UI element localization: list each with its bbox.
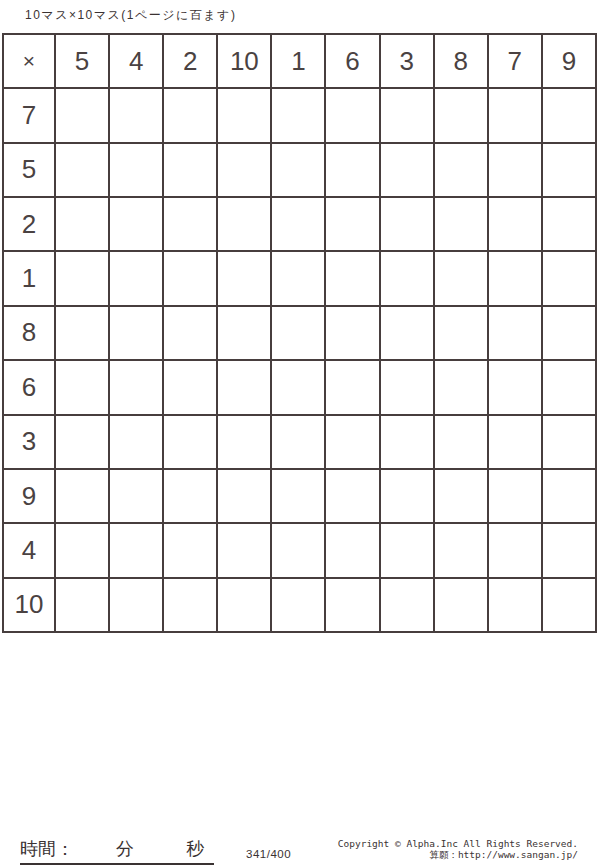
answer-cell-r6c10 [543, 361, 595, 413]
answer-cell-r4c2 [110, 252, 162, 304]
answer-cell-r3c9 [489, 198, 541, 250]
answer-cell-r10c3 [164, 579, 216, 631]
answer-cell-r9c2 [110, 524, 162, 576]
answer-cell-r5c6 [326, 307, 378, 359]
answer-cell-r6c9 [489, 361, 541, 413]
answer-cell-r10c6 [326, 579, 378, 631]
row-header-6: 6 [4, 361, 54, 413]
answer-cell-r7c5 [272, 416, 324, 468]
answer-cell-r8c10 [543, 470, 595, 522]
answer-cell-r9c3 [164, 524, 216, 576]
answer-cell-r4c10 [543, 252, 595, 304]
answer-cell-r5c9 [489, 307, 541, 359]
answer-cell-r2c10 [543, 144, 595, 196]
minutes-label: 分 [116, 839, 134, 859]
answer-cell-r7c2 [110, 416, 162, 468]
col-header-8: 8 [435, 35, 487, 87]
answer-cell-r7c1 [56, 416, 108, 468]
answer-cell-r4c3 [164, 252, 216, 304]
answer-cell-r3c7 [381, 198, 433, 250]
answer-cell-r3c2 [110, 198, 162, 250]
answer-cell-r6c6 [326, 361, 378, 413]
answer-cell-r5c7 [381, 307, 433, 359]
answer-cell-r10c4 [218, 579, 270, 631]
answer-cell-r3c5 [272, 198, 324, 250]
answer-cell-r6c2 [110, 361, 162, 413]
answer-cell-r3c4 [218, 198, 270, 250]
row-header-1: 1 [4, 252, 54, 304]
multiplication-grid: ×5421016387975218639410 [2, 33, 597, 633]
col-header-10: 10 [218, 35, 270, 87]
answer-cell-r10c9 [489, 579, 541, 631]
answer-cell-r4c1 [56, 252, 108, 304]
answer-cell-r1c6 [326, 89, 378, 141]
worksheet-title: 10マス×10マス(1ページに百ます) [25, 7, 236, 24]
answer-cell-r6c1 [56, 361, 108, 413]
answer-cell-r5c2 [110, 307, 162, 359]
copyright-text: Copyright © Alpha.Inc All Rights Reserve… [338, 838, 578, 849]
time-entry-line: 時間：分秒 [20, 837, 214, 865]
row-header-7: 7 [4, 89, 54, 141]
answer-cell-r5c1 [56, 307, 108, 359]
answer-cell-r9c4 [218, 524, 270, 576]
answer-cell-r6c8 [435, 361, 487, 413]
answer-cell-r2c8 [435, 144, 487, 196]
answer-cell-r3c1 [56, 198, 108, 250]
answer-cell-r8c2 [110, 470, 162, 522]
col-header-3: 3 [381, 35, 433, 87]
col-header-7: 7 [489, 35, 541, 87]
site-url-text: 算願：http://www.sangan.jp/ [338, 849, 578, 860]
row-header-10: 10 [4, 579, 54, 631]
answer-cell-r9c10 [543, 524, 595, 576]
answer-cell-r10c8 [435, 579, 487, 631]
page-number: 341/400 [246, 848, 291, 860]
answer-cell-r5c5 [272, 307, 324, 359]
answer-cell-r7c4 [218, 416, 270, 468]
answer-cell-r1c1 [56, 89, 108, 141]
col-header-5: 5 [56, 35, 108, 87]
answer-cell-r8c5 [272, 470, 324, 522]
answer-cell-r5c3 [164, 307, 216, 359]
answer-cell-r9c1 [56, 524, 108, 576]
answer-cell-r2c7 [381, 144, 433, 196]
answer-cell-r4c6 [326, 252, 378, 304]
answer-cell-r10c7 [381, 579, 433, 631]
seconds-label: 秒 [186, 839, 204, 859]
answer-cell-r3c3 [164, 198, 216, 250]
answer-cell-r4c9 [489, 252, 541, 304]
col-header-6: 6 [326, 35, 378, 87]
answer-cell-r10c10 [543, 579, 595, 631]
answer-cell-r5c4 [218, 307, 270, 359]
answer-cell-r8c1 [56, 470, 108, 522]
answer-cell-r1c7 [381, 89, 433, 141]
answer-cell-r5c8 [435, 307, 487, 359]
row-header-5: 5 [4, 144, 54, 196]
answer-cell-r6c4 [218, 361, 270, 413]
answer-cell-r7c6 [326, 416, 378, 468]
answer-cell-r8c7 [381, 470, 433, 522]
answer-cell-r4c4 [218, 252, 270, 304]
answer-cell-r9c5 [272, 524, 324, 576]
answer-cell-r1c2 [110, 89, 162, 141]
time-label: 時間： [20, 839, 74, 859]
copyright-block: Copyright © Alpha.Inc All Rights Reserve… [338, 838, 578, 860]
answer-cell-r10c5 [272, 579, 324, 631]
answer-cell-r7c3 [164, 416, 216, 468]
answer-cell-r2c6 [326, 144, 378, 196]
answer-cell-r7c9 [489, 416, 541, 468]
col-header-1: 1 [272, 35, 324, 87]
answer-cell-r1c3 [164, 89, 216, 141]
worksheet-page: 10マス×10マス(1ページに百ます) ×5421016387975218639… [0, 0, 600, 865]
answer-cell-r3c10 [543, 198, 595, 250]
row-header-4: 4 [4, 524, 54, 576]
operator-cell: × [4, 35, 54, 87]
row-header-9: 9 [4, 470, 54, 522]
answer-cell-r2c1 [56, 144, 108, 196]
answer-cell-r8c3 [164, 470, 216, 522]
col-header-2: 2 [164, 35, 216, 87]
answer-cell-r1c10 [543, 89, 595, 141]
answer-cell-r9c9 [489, 524, 541, 576]
answer-cell-r2c2 [110, 144, 162, 196]
answer-cell-r4c8 [435, 252, 487, 304]
answer-cell-r9c6 [326, 524, 378, 576]
answer-cell-r9c8 [435, 524, 487, 576]
answer-cell-r1c5 [272, 89, 324, 141]
answer-cell-r1c8 [435, 89, 487, 141]
answer-cell-r7c8 [435, 416, 487, 468]
answer-cell-r2c5 [272, 144, 324, 196]
answer-cell-r8c9 [489, 470, 541, 522]
answer-cell-r2c9 [489, 144, 541, 196]
answer-cell-r7c7 [381, 416, 433, 468]
answer-cell-r4c7 [381, 252, 433, 304]
answer-cell-r4c5 [272, 252, 324, 304]
answer-cell-r8c4 [218, 470, 270, 522]
answer-cell-r6c7 [381, 361, 433, 413]
answer-cell-r5c10 [543, 307, 595, 359]
answer-cell-r7c10 [543, 416, 595, 468]
answer-cell-r8c8 [435, 470, 487, 522]
col-header-9: 9 [543, 35, 595, 87]
answer-cell-r10c2 [110, 579, 162, 631]
answer-cell-r3c8 [435, 198, 487, 250]
answer-cell-r3c6 [326, 198, 378, 250]
answer-cell-r1c4 [218, 89, 270, 141]
row-header-3: 3 [4, 416, 54, 468]
answer-cell-r6c3 [164, 361, 216, 413]
col-header-4: 4 [110, 35, 162, 87]
answer-cell-r9c7 [381, 524, 433, 576]
answer-cell-r2c4 [218, 144, 270, 196]
answer-cell-r6c5 [272, 361, 324, 413]
row-header-8: 8 [4, 307, 54, 359]
row-header-2: 2 [4, 198, 54, 250]
answer-cell-r8c6 [326, 470, 378, 522]
answer-cell-r10c1 [56, 579, 108, 631]
answer-cell-r2c3 [164, 144, 216, 196]
answer-cell-r1c9 [489, 89, 541, 141]
